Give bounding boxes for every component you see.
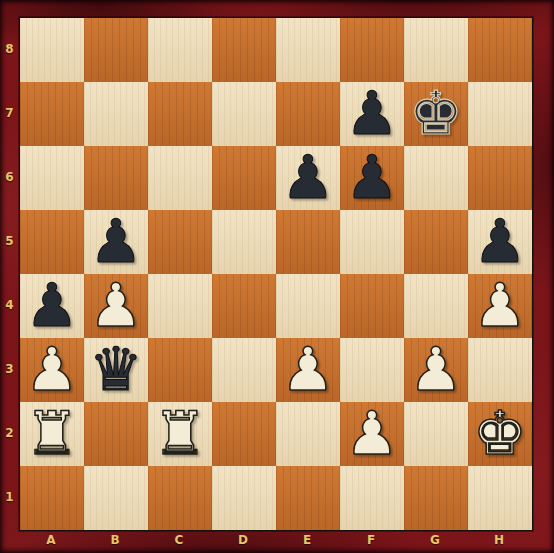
square-c2[interactable]: ♜	[148, 402, 212, 466]
square-g8[interactable]	[404, 18, 468, 82]
piece-black-king-g7[interactable]: ♚	[409, 81, 463, 145]
square-e4[interactable]	[276, 274, 340, 338]
chess-board[interactable]: ♟♚♟♟♟♟♟♟♟♟♛♟♟♜♜♟♚	[19, 17, 533, 531]
square-a1[interactable]	[20, 466, 84, 530]
rank-label-1: 1	[0, 465, 19, 529]
square-b3[interactable]: ♛	[84, 338, 148, 402]
chess-app-window: ♟♚♟♟♟♟♟♟♟♟♛♟♟♜♜♟♚ 87654321 ABCDEFGH	[0, 0, 554, 553]
square-h1[interactable]	[468, 466, 532, 530]
piece-black-pawn-a4[interactable]: ♟	[25, 273, 79, 337]
piece-black-pawn-b5[interactable]: ♟	[89, 209, 143, 273]
square-e5[interactable]	[276, 210, 340, 274]
square-h4[interactable]: ♟	[468, 274, 532, 338]
square-a6[interactable]	[20, 146, 84, 210]
file-label-e: E	[275, 529, 339, 550]
square-h7[interactable]	[468, 82, 532, 146]
square-b5[interactable]: ♟	[84, 210, 148, 274]
square-b4[interactable]: ♟	[84, 274, 148, 338]
square-a3[interactable]: ♟	[20, 338, 84, 402]
square-b8[interactable]	[84, 18, 148, 82]
piece-white-king-h2[interactable]: ♚	[473, 401, 527, 465]
square-h5[interactable]: ♟	[468, 210, 532, 274]
square-g4[interactable]	[404, 274, 468, 338]
rank-label-5: 5	[0, 209, 19, 273]
square-d3[interactable]	[212, 338, 276, 402]
square-h2[interactable]: ♚	[468, 402, 532, 466]
rank-label-3: 3	[0, 337, 19, 401]
piece-white-pawn-b4[interactable]: ♟	[89, 273, 143, 337]
piece-black-queen-b3[interactable]: ♛	[89, 337, 143, 401]
rank-label-7: 7	[0, 81, 19, 145]
square-a8[interactable]	[20, 18, 84, 82]
square-e1[interactable]	[276, 466, 340, 530]
square-d4[interactable]	[212, 274, 276, 338]
square-g5[interactable]	[404, 210, 468, 274]
square-a5[interactable]	[20, 210, 84, 274]
square-a7[interactable]	[20, 82, 84, 146]
rank-label-8: 8	[0, 17, 19, 81]
square-d7[interactable]	[212, 82, 276, 146]
square-c1[interactable]	[148, 466, 212, 530]
rank-label-6: 6	[0, 145, 19, 209]
square-f4[interactable]	[340, 274, 404, 338]
square-g1[interactable]	[404, 466, 468, 530]
square-b7[interactable]	[84, 82, 148, 146]
square-g2[interactable]	[404, 402, 468, 466]
square-e2[interactable]	[276, 402, 340, 466]
square-d1[interactable]	[212, 466, 276, 530]
square-g3[interactable]: ♟	[404, 338, 468, 402]
file-label-b: B	[83, 529, 147, 550]
file-label-g: G	[403, 529, 467, 550]
file-labels: ABCDEFGH	[19, 529, 531, 550]
square-h3[interactable]	[468, 338, 532, 402]
square-g7[interactable]: ♚	[404, 82, 468, 146]
square-b1[interactable]	[84, 466, 148, 530]
piece-white-pawn-a3[interactable]: ♟	[25, 337, 79, 401]
square-d2[interactable]	[212, 402, 276, 466]
square-c6[interactable]	[148, 146, 212, 210]
square-g6[interactable]	[404, 146, 468, 210]
square-c5[interactable]	[148, 210, 212, 274]
square-b6[interactable]	[84, 146, 148, 210]
file-label-h: H	[467, 529, 531, 550]
square-f2[interactable]: ♟	[340, 402, 404, 466]
file-label-c: C	[147, 529, 211, 550]
square-f5[interactable]	[340, 210, 404, 274]
square-d8[interactable]	[212, 18, 276, 82]
piece-white-rook-c2[interactable]: ♜	[153, 401, 207, 465]
piece-white-rook-a2[interactable]: ♜	[25, 401, 79, 465]
square-c3[interactable]	[148, 338, 212, 402]
square-a4[interactable]: ♟	[20, 274, 84, 338]
square-d5[interactable]	[212, 210, 276, 274]
square-f3[interactable]	[340, 338, 404, 402]
piece-white-pawn-e3[interactable]: ♟	[281, 337, 335, 401]
square-e6[interactable]: ♟	[276, 146, 340, 210]
piece-black-pawn-h5[interactable]: ♟	[473, 209, 527, 273]
square-f6[interactable]: ♟	[340, 146, 404, 210]
rank-label-2: 2	[0, 401, 19, 465]
file-label-d: D	[211, 529, 275, 550]
rank-label-4: 4	[0, 273, 19, 337]
square-b2[interactable]	[84, 402, 148, 466]
square-c7[interactable]	[148, 82, 212, 146]
square-f1[interactable]	[340, 466, 404, 530]
square-f7[interactable]: ♟	[340, 82, 404, 146]
piece-black-pawn-e6[interactable]: ♟	[281, 145, 335, 209]
square-e7[interactable]	[276, 82, 340, 146]
piece-black-pawn-f7[interactable]: ♟	[345, 81, 399, 145]
piece-white-pawn-f2[interactable]: ♟	[345, 401, 399, 465]
square-f8[interactable]	[340, 18, 404, 82]
square-e8[interactable]	[276, 18, 340, 82]
rank-labels: 87654321	[0, 17, 19, 529]
square-a2[interactable]: ♜	[20, 402, 84, 466]
square-h6[interactable]	[468, 146, 532, 210]
file-label-f: F	[339, 529, 403, 550]
file-label-a: A	[19, 529, 83, 550]
square-e3[interactable]: ♟	[276, 338, 340, 402]
square-h8[interactable]	[468, 18, 532, 82]
square-c8[interactable]	[148, 18, 212, 82]
square-c4[interactable]	[148, 274, 212, 338]
piece-white-pawn-h4[interactable]: ♟	[473, 273, 527, 337]
piece-black-pawn-f6[interactable]: ♟	[345, 145, 399, 209]
square-d6[interactable]	[212, 146, 276, 210]
piece-white-pawn-g3[interactable]: ♟	[409, 337, 463, 401]
